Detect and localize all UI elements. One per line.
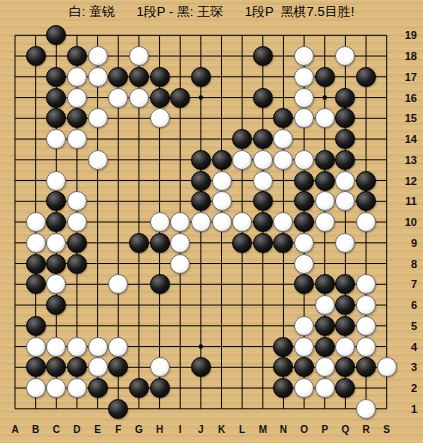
row-label-2: 2 (395, 382, 417, 394)
row-label-6: 6 (395, 299, 417, 311)
black-stone-P4 (315, 337, 335, 357)
row-label-14: 14 (395, 133, 417, 145)
col-label-S: S (383, 424, 390, 435)
row-label-5: 5 (395, 320, 417, 332)
white-stone-I9 (170, 233, 190, 253)
col-label-D: D (73, 424, 80, 435)
white-stone-D10 (67, 212, 87, 232)
col-label-C: C (53, 424, 60, 435)
white-stone-D14 (67, 129, 87, 149)
black-stone-H7 (150, 274, 170, 294)
white-stone-D16 (67, 88, 87, 108)
white-stone-E4 (88, 337, 108, 357)
row-label-12: 12 (395, 175, 417, 187)
white-stone-H15 (150, 108, 170, 128)
black-stone-B18 (26, 46, 46, 66)
white-stone-B4 (26, 337, 46, 357)
white-stone-O18 (294, 46, 314, 66)
col-label-O: O (300, 424, 308, 435)
black-stone-R12 (356, 171, 376, 191)
col-label-E: E (94, 424, 101, 435)
white-stone-R5 (356, 316, 376, 336)
black-stone-M16 (253, 88, 273, 108)
star-point (199, 95, 203, 99)
black-stone-B5 (26, 316, 46, 336)
black-stone-G9 (129, 233, 149, 253)
black-stone-H17 (150, 67, 170, 87)
row-label-17: 17 (395, 71, 417, 83)
row-label-3: 3 (395, 361, 417, 373)
white-stone-C4 (46, 337, 66, 357)
black-stone-C17 (46, 67, 66, 87)
black-stone-J13 (191, 150, 211, 170)
black-stone-B3 (26, 357, 46, 377)
col-label-J: J (198, 424, 204, 435)
white-stone-O4 (294, 337, 314, 357)
row-label-8: 8 (395, 258, 417, 270)
white-stone-K12 (212, 171, 232, 191)
black-stone-G2 (129, 378, 149, 398)
white-stone-P15 (315, 108, 335, 128)
black-stone-R17 (356, 67, 376, 87)
row-label-10: 10 (395, 216, 417, 228)
black-stone-M18 (253, 46, 273, 66)
white-stone-C9 (46, 233, 66, 253)
white-stone-O16 (294, 88, 314, 108)
white-stone-K10 (212, 212, 232, 232)
black-stone-H2 (150, 378, 170, 398)
white-stone-E3 (88, 357, 108, 377)
white-stone-P3 (315, 357, 335, 377)
white-stone-P6 (315, 295, 335, 315)
col-label-B: B (32, 424, 39, 435)
col-label-K: K (218, 424, 225, 435)
white-stone-R6 (356, 295, 376, 315)
black-stone-M11 (253, 191, 273, 211)
row-label-18: 18 (395, 50, 417, 62)
white-stone-Q4 (335, 337, 355, 357)
white-stone-E17 (88, 67, 108, 87)
black-stone-C8 (46, 254, 66, 274)
white-stone-S3 (377, 357, 397, 377)
white-stone-E13 (88, 150, 108, 170)
white-stone-M12 (253, 171, 273, 191)
row-label-16: 16 (395, 92, 417, 104)
black-stone-Q16 (335, 88, 355, 108)
col-label-L: L (239, 424, 245, 435)
row-label-7: 7 (395, 278, 417, 290)
white-stone-D17 (67, 67, 87, 87)
white-stone-O13 (294, 150, 314, 170)
col-label-H: H (156, 424, 163, 435)
white-stone-P11 (315, 191, 335, 211)
row-label-4: 4 (395, 341, 417, 353)
white-stone-E15 (88, 108, 108, 128)
col-label-N: N (280, 424, 287, 435)
black-stone-B8 (26, 254, 46, 274)
white-stone-G16 (129, 88, 149, 108)
white-stone-C12 (46, 171, 66, 191)
white-stone-E18 (88, 46, 108, 66)
black-stone-D18 (67, 46, 87, 66)
white-stone-I8 (170, 254, 190, 274)
col-label-I: I (179, 424, 182, 435)
star-point (323, 95, 327, 99)
row-label-9: 9 (395, 237, 417, 249)
row-label-1: 1 (395, 403, 417, 415)
white-stone-D4 (67, 337, 87, 357)
col-label-M: M (259, 424, 267, 435)
white-stone-L13 (232, 150, 252, 170)
white-stone-F4 (108, 337, 128, 357)
white-stone-G18 (129, 46, 149, 66)
white-stone-H3 (150, 357, 170, 377)
black-stone-P13 (315, 150, 335, 170)
col-label-P: P (321, 424, 328, 435)
white-stone-F16 (108, 88, 128, 108)
black-stone-M10 (253, 212, 273, 232)
black-stone-J17 (191, 67, 211, 87)
black-stone-P7 (315, 274, 335, 294)
black-stone-G17 (129, 67, 149, 87)
black-stone-K13 (212, 150, 232, 170)
black-stone-I16 (170, 88, 190, 108)
black-stone-F1 (108, 399, 128, 419)
white-stone-R4 (356, 337, 376, 357)
col-label-Q: Q (342, 424, 350, 435)
white-stone-O2 (294, 378, 314, 398)
white-stone-O9 (294, 233, 314, 253)
white-stone-K11 (212, 191, 232, 211)
black-stone-P12 (315, 171, 335, 191)
black-stone-J12 (191, 171, 211, 191)
black-stone-D8 (67, 254, 87, 274)
row-label-11: 11 (395, 195, 417, 207)
white-stone-B10 (26, 212, 46, 232)
white-stone-R10 (356, 212, 376, 232)
white-stone-P10 (315, 212, 335, 232)
white-stone-R1 (356, 399, 376, 419)
white-stone-B9 (26, 233, 46, 253)
white-stone-J10 (191, 212, 211, 232)
col-label-F: F (115, 424, 121, 435)
black-stone-C16 (46, 88, 66, 108)
black-stone-O10 (294, 212, 314, 232)
row-label-19: 19 (395, 29, 417, 41)
row-label-15: 15 (395, 112, 417, 124)
black-stone-M9 (253, 233, 273, 253)
white-stone-D2 (67, 378, 87, 398)
black-stone-P17 (315, 67, 335, 87)
white-stone-B2 (26, 378, 46, 398)
black-stone-L9 (232, 233, 252, 253)
black-stone-H16 (150, 88, 170, 108)
row-label-13: 13 (395, 154, 417, 166)
col-label-A: A (11, 424, 18, 435)
white-stone-O5 (294, 316, 314, 336)
black-stone-M14 (253, 129, 273, 149)
white-stone-M13 (253, 150, 273, 170)
black-stone-D9 (67, 233, 87, 253)
white-stone-O8 (294, 254, 314, 274)
black-stone-B7 (26, 274, 46, 294)
black-stone-F17 (108, 67, 128, 87)
col-label-G: G (135, 424, 143, 435)
black-stone-E2 (88, 378, 108, 398)
black-stone-O12 (294, 171, 314, 191)
black-stone-N4 (273, 337, 293, 357)
white-stone-O17 (294, 67, 314, 87)
black-stone-H9 (150, 233, 170, 253)
white-stone-H10 (150, 212, 170, 232)
go-game-window: 白: 童锐 1段P - 黑: 王琛 1段P 黑棋7.5目胜! ABCDEFGHI… (0, 0, 423, 443)
col-label-R: R (362, 424, 369, 435)
star-point (199, 344, 203, 348)
black-stone-P5 (315, 316, 335, 336)
white-stone-P2 (315, 378, 335, 398)
white-stone-Q12 (335, 171, 355, 191)
